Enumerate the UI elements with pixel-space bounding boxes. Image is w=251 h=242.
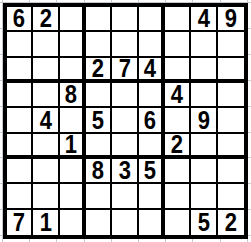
cell-r4c8[interactable] bbox=[191, 83, 217, 108]
given-digit: 4 bbox=[144, 58, 156, 81]
given-digit: 1 bbox=[65, 134, 77, 157]
page-background: 6249274844569128357152 bbox=[0, 0, 251, 242]
cell-r2c7[interactable] bbox=[165, 32, 191, 57]
cell-r5c3[interactable] bbox=[60, 108, 86, 133]
cell-r2c9[interactable] bbox=[218, 32, 244, 57]
cell-r8c9[interactable] bbox=[218, 184, 244, 209]
given-digit: 4 bbox=[197, 7, 209, 31]
cell-r8c8[interactable] bbox=[191, 184, 217, 209]
cell-r4c2[interactable] bbox=[33, 83, 59, 108]
given-digit: 1 bbox=[39, 210, 51, 235]
cell-r9c3[interactable] bbox=[60, 210, 86, 235]
cell-r4c6[interactable] bbox=[139, 83, 165, 108]
cell-r6c8[interactable] bbox=[191, 134, 217, 159]
given-digit: 9 bbox=[197, 108, 209, 132]
cell-r8c6[interactable] bbox=[139, 184, 165, 209]
cell-r9c4[interactable] bbox=[86, 210, 112, 235]
cell-r2c8[interactable] bbox=[191, 32, 217, 57]
given-digit: 4 bbox=[39, 108, 51, 132]
given-digit: 3 bbox=[118, 159, 130, 183]
cell-r1c3[interactable] bbox=[60, 7, 86, 32]
cell-r5c9[interactable] bbox=[218, 108, 244, 133]
given-digit: 5 bbox=[197, 210, 209, 235]
cell-r1c8[interactable]: 4 bbox=[191, 7, 217, 32]
cell-r8c3[interactable] bbox=[60, 184, 86, 209]
cell-r2c1[interactable] bbox=[7, 32, 33, 57]
cell-r6c4[interactable] bbox=[86, 134, 112, 159]
cell-r9c2[interactable]: 1 bbox=[33, 210, 59, 235]
cell-r6c5[interactable] bbox=[112, 134, 138, 159]
cell-r4c1[interactable] bbox=[7, 83, 33, 108]
cell-r7c9[interactable] bbox=[218, 159, 244, 184]
sudoku-board: 6249274844569128357152 bbox=[3, 3, 248, 239]
cell-r6c3[interactable]: 1 bbox=[60, 134, 86, 159]
cell-r5c2[interactable]: 4 bbox=[33, 108, 59, 133]
cell-r8c2[interactable] bbox=[33, 184, 59, 209]
cell-r1c1[interactable]: 6 bbox=[7, 7, 33, 32]
cell-r4c9[interactable] bbox=[218, 83, 244, 108]
cell-r9c9[interactable]: 2 bbox=[218, 210, 244, 235]
cell-r1c2[interactable]: 2 bbox=[33, 7, 59, 32]
cell-r1c4[interactable] bbox=[86, 7, 112, 32]
cell-r6c9[interactable] bbox=[218, 134, 244, 159]
cell-r9c5[interactable] bbox=[112, 210, 138, 235]
cell-r5c7[interactable] bbox=[165, 108, 191, 133]
cell-r5c1[interactable] bbox=[7, 108, 33, 133]
cell-r4c4[interactable] bbox=[86, 83, 112, 108]
cell-r7c2[interactable] bbox=[33, 159, 59, 184]
given-digit: 7 bbox=[118, 58, 130, 81]
cell-r5c6[interactable]: 6 bbox=[139, 108, 165, 133]
cell-r2c2[interactable] bbox=[33, 32, 59, 57]
cell-r5c4[interactable]: 5 bbox=[86, 108, 112, 133]
cell-r3c6[interactable]: 4 bbox=[139, 58, 165, 83]
cell-r6c6[interactable] bbox=[139, 134, 165, 159]
cell-r7c1[interactable] bbox=[7, 159, 33, 184]
cell-r5c8[interactable]: 9 bbox=[191, 108, 217, 133]
given-digit: 8 bbox=[92, 159, 104, 183]
given-digit: 9 bbox=[225, 7, 237, 31]
cell-r3c4[interactable]: 2 bbox=[86, 58, 112, 83]
cell-r2c3[interactable] bbox=[60, 32, 86, 57]
cell-r7c8[interactable] bbox=[191, 159, 217, 184]
cell-r8c4[interactable] bbox=[86, 184, 112, 209]
cell-r2c5[interactable] bbox=[112, 32, 138, 57]
cell-r9c6[interactable] bbox=[139, 210, 165, 235]
cell-r9c8[interactable]: 5 bbox=[191, 210, 217, 235]
cell-r7c4[interactable]: 8 bbox=[86, 159, 112, 184]
cell-r3c8[interactable] bbox=[191, 58, 217, 83]
cell-r7c7[interactable] bbox=[165, 159, 191, 184]
cell-r3c2[interactable] bbox=[33, 58, 59, 83]
given-digit: 2 bbox=[92, 58, 104, 81]
cell-r2c6[interactable] bbox=[139, 32, 165, 57]
cell-r3c3[interactable] bbox=[60, 58, 86, 83]
given-digit: 8 bbox=[65, 83, 77, 107]
cell-r8c1[interactable] bbox=[7, 184, 33, 209]
cell-r7c5[interactable]: 3 bbox=[112, 159, 138, 184]
cell-r3c9[interactable] bbox=[218, 58, 244, 83]
cell-r5c5[interactable] bbox=[112, 108, 138, 133]
cell-r2c4[interactable] bbox=[86, 32, 112, 57]
cell-r3c1[interactable] bbox=[7, 58, 33, 83]
cell-r3c7[interactable] bbox=[165, 58, 191, 83]
given-digit: 6 bbox=[13, 7, 25, 31]
cell-r9c1[interactable]: 7 bbox=[7, 210, 33, 235]
given-digit: 5 bbox=[144, 159, 156, 183]
cell-r4c7[interactable]: 4 bbox=[165, 83, 191, 108]
given-digit: 2 bbox=[39, 7, 51, 31]
cell-r4c3[interactable]: 8 bbox=[60, 83, 86, 108]
cell-r1c7[interactable] bbox=[165, 7, 191, 32]
cell-r7c3[interactable] bbox=[60, 159, 86, 184]
given-digit: 6 bbox=[144, 108, 156, 132]
given-digit: 2 bbox=[225, 210, 237, 235]
cell-r1c5[interactable] bbox=[112, 7, 138, 32]
cell-r6c1[interactable] bbox=[7, 134, 33, 159]
cell-r6c2[interactable] bbox=[33, 134, 59, 159]
cell-r9c7[interactable] bbox=[165, 210, 191, 235]
cell-r3c5[interactable]: 7 bbox=[112, 58, 138, 83]
cell-r1c6[interactable] bbox=[139, 7, 165, 32]
given-digit: 7 bbox=[13, 210, 25, 235]
cell-r1c9[interactable]: 9 bbox=[218, 7, 244, 32]
given-digit: 4 bbox=[171, 83, 183, 107]
given-digit: 5 bbox=[92, 108, 104, 132]
cell-r8c5[interactable] bbox=[112, 184, 138, 209]
cell-r6c7[interactable]: 2 bbox=[165, 134, 191, 159]
given-digit: 2 bbox=[171, 134, 183, 157]
cell-r7c6[interactable]: 5 bbox=[139, 159, 165, 184]
cell-r4c5[interactable] bbox=[112, 83, 138, 108]
cell-r8c7[interactable] bbox=[165, 184, 191, 209]
